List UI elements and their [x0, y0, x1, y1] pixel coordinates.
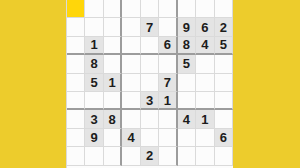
cell-r4c5[interactable]	[141, 55, 159, 73]
cell-r3c4[interactable]	[122, 37, 140, 55]
cell-r7c7[interactable]: 4	[178, 110, 196, 128]
cell-r5c5[interactable]	[141, 74, 159, 92]
cell-r1c6[interactable]	[159, 0, 177, 18]
cell-r8c7[interactable]	[178, 129, 196, 147]
cell-r6c6[interactable]: 1	[159, 92, 177, 110]
cell-r4c1[interactable]	[67, 55, 85, 73]
cell-r3c1[interactable]	[67, 37, 85, 55]
cell-r2c8[interactable]: 6	[196, 18, 214, 36]
cell-r7c3[interactable]: 8	[104, 110, 122, 128]
cell-r8c5[interactable]	[141, 129, 159, 147]
cell-r6c8[interactable]	[196, 92, 214, 110]
cell-r8c1[interactable]	[67, 129, 85, 147]
cell-r2c6[interactable]	[159, 18, 177, 36]
cell-r4c9[interactable]	[215, 55, 233, 73]
cell-r9c6[interactable]	[159, 147, 177, 165]
app-background: 796216845855173138419462	[0, 0, 300, 168]
cell-r2c5[interactable]: 7	[141, 18, 159, 36]
cell-r6c3[interactable]	[104, 92, 122, 110]
cell-r6c7[interactable]	[178, 92, 196, 110]
cell-r2c1[interactable]	[67, 18, 85, 36]
cell-r9c9[interactable]	[215, 147, 233, 165]
cell-r7c1[interactable]	[67, 110, 85, 128]
cell-r6c2[interactable]	[85, 92, 103, 110]
cell-r1c8[interactable]	[196, 0, 214, 18]
cell-r1c2[interactable]	[85, 0, 103, 18]
cell-r8c3[interactable]	[104, 129, 122, 147]
cell-r7c2[interactable]: 3	[85, 110, 103, 128]
cell-r3c2[interactable]: 1	[85, 37, 103, 55]
sudoku-board: 796216845855173138419462	[66, 0, 233, 168]
cell-r3c6[interactable]: 6	[159, 37, 177, 55]
cell-r9c4[interactable]	[122, 147, 140, 165]
cell-r6c4[interactable]	[122, 92, 140, 110]
cell-r5c3[interactable]: 1	[104, 74, 122, 92]
cell-r4c6[interactable]	[159, 55, 177, 73]
cell-r6c9[interactable]	[215, 92, 233, 110]
cell-r1c3[interactable]	[104, 0, 122, 18]
cell-r1c7[interactable]	[178, 0, 196, 18]
cell-r5c8[interactable]	[196, 74, 214, 92]
cell-r5c1[interactable]	[67, 74, 85, 92]
cell-r1c4[interactable]	[122, 0, 140, 18]
cell-r5c7[interactable]	[178, 74, 196, 92]
cell-r2c4[interactable]	[122, 18, 140, 36]
cell-r4c4[interactable]	[122, 55, 140, 73]
cell-r7c4[interactable]	[122, 110, 140, 128]
cell-r5c9[interactable]	[215, 74, 233, 92]
cell-r9c2[interactable]	[85, 147, 103, 165]
cell-r4c7[interactable]: 5	[178, 55, 196, 73]
cell-r1c5[interactable]	[141, 0, 159, 18]
cell-r6c1[interactable]	[67, 92, 85, 110]
cell-r3c7[interactable]: 8	[178, 37, 196, 55]
cell-r9c8[interactable]	[196, 147, 214, 165]
cell-r6c5[interactable]: 3	[141, 92, 159, 110]
cell-r7c5[interactable]	[141, 110, 159, 128]
cell-r3c8[interactable]: 4	[196, 37, 214, 55]
cell-r9c7[interactable]	[178, 147, 196, 165]
cell-r2c7[interactable]: 9	[178, 18, 196, 36]
cell-r7c8[interactable]: 1	[196, 110, 214, 128]
cell-r9c3[interactable]	[104, 147, 122, 165]
cell-r8c8[interactable]	[196, 129, 214, 147]
cell-r1c9[interactable]	[215, 0, 233, 18]
cell-r5c2[interactable]: 5	[85, 74, 103, 92]
cell-r8c4[interactable]: 4	[122, 129, 140, 147]
cell-r7c9[interactable]	[215, 110, 233, 128]
cell-r2c3[interactable]	[104, 18, 122, 36]
cell-r4c3[interactable]	[104, 55, 122, 73]
cell-r3c5[interactable]	[141, 37, 159, 55]
cell-r3c3[interactable]	[104, 37, 122, 55]
cell-r5c4[interactable]	[122, 74, 140, 92]
cell-r3c9[interactable]: 5	[215, 37, 233, 55]
cell-r8c6[interactable]	[159, 129, 177, 147]
cell-r8c2[interactable]: 9	[85, 129, 103, 147]
cell-r1c1[interactable]	[67, 0, 85, 18]
cell-r7c6[interactable]	[159, 110, 177, 128]
cell-r2c9[interactable]: 2	[215, 18, 233, 36]
cell-r9c5[interactable]: 2	[141, 147, 159, 165]
cell-r2c2[interactable]	[85, 18, 103, 36]
cell-r4c8[interactable]	[196, 55, 214, 73]
cell-r4c2[interactable]: 8	[85, 55, 103, 73]
cell-r5c6[interactable]: 7	[159, 74, 177, 92]
cell-r9c1[interactable]	[67, 147, 85, 165]
cell-r8c9[interactable]: 6	[215, 129, 233, 147]
